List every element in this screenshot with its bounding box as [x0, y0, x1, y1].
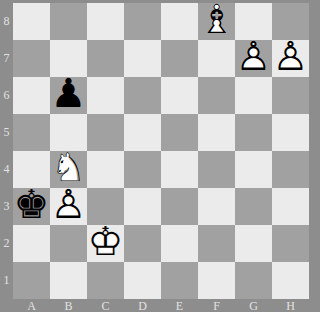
chess-board-diagram: 87654321 ♝♗♟♙♟♙♟♞♘♚♟♙♚♔ ABCDEFGH: [0, 0, 320, 312]
white-pawn-outline-glyph: ♙: [235, 38, 272, 75]
square-g6[interactable]: [235, 77, 272, 114]
file-label-b: B: [50, 299, 87, 312]
piece-white-bishop[interactable]: ♝♗: [198, 3, 235, 40]
square-h7[interactable]: ♟♙: [272, 40, 309, 77]
square-e6[interactable]: [161, 77, 198, 114]
square-g7[interactable]: ♟♙: [235, 40, 272, 77]
piece-black-pawn[interactable]: ♟: [50, 77, 87, 114]
square-f8[interactable]: ♝♗: [198, 3, 235, 40]
white-knight-outline-glyph: ♘: [50, 149, 87, 186]
square-b1[interactable]: [50, 262, 87, 299]
white-pawn-fill-glyph: ♟: [272, 38, 309, 75]
square-c6[interactable]: [87, 77, 124, 114]
square-c7[interactable]: [87, 40, 124, 77]
square-f6[interactable]: [198, 77, 235, 114]
square-a2[interactable]: [13, 225, 50, 262]
square-b6[interactable]: ♟: [50, 77, 87, 114]
square-c3[interactable]: [87, 188, 124, 225]
square-a1[interactable]: [13, 262, 50, 299]
square-f3[interactable]: [198, 188, 235, 225]
square-d7[interactable]: [124, 40, 161, 77]
file-label-c: C: [87, 299, 124, 312]
square-d2[interactable]: [124, 225, 161, 262]
square-d6[interactable]: [124, 77, 161, 114]
square-h3[interactable]: [272, 188, 309, 225]
rank-label-3: 3: [0, 188, 13, 225]
file-label-f: F: [198, 299, 235, 312]
rank-label-2: 2: [0, 225, 13, 262]
white-bishop-outline-glyph: ♗: [198, 1, 235, 38]
square-d8[interactable]: [124, 3, 161, 40]
square-g5[interactable]: [235, 114, 272, 151]
rank-label-1: 1: [0, 262, 13, 299]
square-d5[interactable]: [124, 114, 161, 151]
file-label-d: D: [124, 299, 161, 312]
piece-black-king[interactable]: ♚: [13, 188, 50, 225]
square-f5[interactable]: [198, 114, 235, 151]
square-a3[interactable]: ♚: [13, 188, 50, 225]
square-b7[interactable]: [50, 40, 87, 77]
square-e8[interactable]: [161, 3, 198, 40]
rank-label-4: 4: [0, 151, 13, 188]
square-c2[interactable]: ♚♔: [87, 225, 124, 262]
square-c4[interactable]: [87, 151, 124, 188]
square-g1[interactable]: [235, 262, 272, 299]
square-h6[interactable]: [272, 77, 309, 114]
black-pawn-glyph: ♟: [50, 75, 87, 112]
square-e4[interactable]: [161, 151, 198, 188]
white-king-fill-glyph: ♚: [87, 223, 124, 260]
rank-label-5: 5: [0, 114, 13, 151]
square-a7[interactable]: [13, 40, 50, 77]
white-pawn-fill-glyph: ♟: [235, 38, 272, 75]
square-a6[interactable]: [13, 77, 50, 114]
square-e2[interactable]: [161, 225, 198, 262]
white-bishop-fill-glyph: ♝: [198, 1, 235, 38]
white-pawn-fill-glyph: ♟: [50, 186, 87, 223]
rank-label-7: 7: [0, 40, 13, 77]
square-d4[interactable]: [124, 151, 161, 188]
square-e1[interactable]: [161, 262, 198, 299]
square-d3[interactable]: [124, 188, 161, 225]
square-f2[interactable]: [198, 225, 235, 262]
file-label-g: G: [235, 299, 272, 312]
square-a5[interactable]: [13, 114, 50, 151]
square-c5[interactable]: [87, 114, 124, 151]
white-king-outline-glyph: ♔: [87, 223, 124, 260]
square-g8[interactable]: [235, 3, 272, 40]
square-e5[interactable]: [161, 114, 198, 151]
square-f1[interactable]: [198, 262, 235, 299]
piece-white-pawn[interactable]: ♟♙: [235, 40, 272, 77]
square-b5[interactable]: [50, 114, 87, 151]
piece-white-knight[interactable]: ♞♘: [50, 151, 87, 188]
file-label-e: E: [161, 299, 198, 312]
board-grid[interactable]: ♝♗♟♙♟♙♟♞♘♚♟♙♚♔: [13, 3, 309, 299]
piece-white-pawn[interactable]: ♟♙: [50, 188, 87, 225]
piece-white-pawn[interactable]: ♟♙: [272, 40, 309, 77]
square-c8[interactable]: [87, 3, 124, 40]
square-a4[interactable]: [13, 151, 50, 188]
square-b8[interactable]: [50, 3, 87, 40]
square-h8[interactable]: [272, 3, 309, 40]
white-knight-fill-glyph: ♞: [50, 149, 87, 186]
square-h5[interactable]: [272, 114, 309, 151]
white-pawn-outline-glyph: ♙: [50, 186, 87, 223]
rank-label-8: 8: [0, 3, 13, 40]
square-b4[interactable]: ♞♘: [50, 151, 87, 188]
rank-label-6: 6: [0, 77, 13, 114]
rank-labels: 87654321: [0, 3, 13, 299]
square-b3[interactable]: ♟♙: [50, 188, 87, 225]
file-labels: ABCDEFGH: [13, 299, 309, 312]
white-pawn-outline-glyph: ♙: [272, 38, 309, 75]
square-e7[interactable]: [161, 40, 198, 77]
square-g3[interactable]: [235, 188, 272, 225]
square-a8[interactable]: [13, 3, 50, 40]
square-g2[interactable]: [235, 225, 272, 262]
square-c1[interactable]: [87, 262, 124, 299]
square-h4[interactable]: [272, 151, 309, 188]
piece-white-king[interactable]: ♚♔: [87, 225, 124, 262]
square-b2[interactable]: [50, 225, 87, 262]
square-e3[interactable]: [161, 188, 198, 225]
square-f7[interactable]: [198, 40, 235, 77]
black-king-glyph: ♚: [13, 186, 50, 223]
square-g4[interactable]: [235, 151, 272, 188]
square-d1[interactable]: [124, 262, 161, 299]
file-label-h: H: [272, 299, 309, 312]
square-h1[interactable]: [272, 262, 309, 299]
file-label-a: A: [13, 299, 50, 312]
square-h2[interactable]: [272, 225, 309, 262]
square-f4[interactable]: [198, 151, 235, 188]
